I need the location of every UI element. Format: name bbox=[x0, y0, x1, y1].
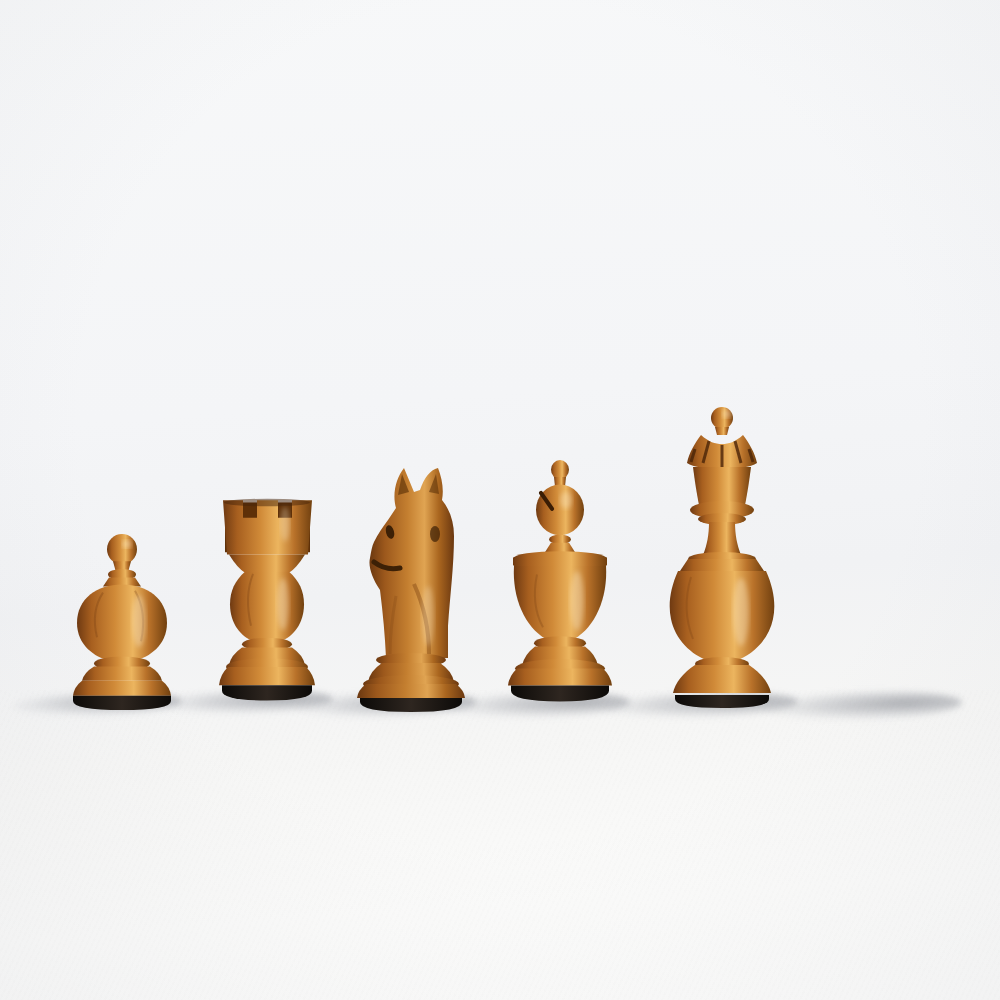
product-photo bbox=[0, 0, 1000, 1000]
king-figure bbox=[824, 362, 946, 714]
bishop-figure bbox=[503, 458, 618, 712]
knight-felt-base bbox=[360, 698, 462, 712]
bishop-big-ball bbox=[536, 484, 584, 535]
rook-figure bbox=[215, 496, 320, 708]
king-piece bbox=[824, 362, 946, 714]
queen-knob bbox=[711, 407, 733, 429]
queen-body bbox=[670, 571, 775, 661]
rook-crenellation bbox=[223, 500, 312, 554]
pawn-piece bbox=[65, 532, 180, 712]
pawn-felt-base bbox=[73, 696, 171, 710]
bishop-piece bbox=[503, 458, 618, 712]
knight-piece bbox=[352, 466, 470, 712]
pawn-body bbox=[77, 585, 167, 661]
fabric-texture bbox=[0, 690, 1000, 1000]
pawn-figure bbox=[65, 532, 180, 712]
pawn-ball-top bbox=[107, 534, 137, 564]
queen-felt-base bbox=[675, 695, 769, 708]
rook-piece bbox=[215, 496, 320, 708]
bishop-body bbox=[514, 566, 606, 639]
knight-figure bbox=[352, 466, 470, 712]
knight-eye-right bbox=[430, 526, 440, 542]
rook-felt-base bbox=[222, 685, 312, 700]
rook-body bbox=[230, 572, 304, 641]
queen-figure bbox=[661, 407, 783, 713]
queen-piece bbox=[661, 407, 783, 713]
bishop-felt-base bbox=[511, 686, 609, 702]
knight-head-neck bbox=[369, 468, 454, 658]
bishop-finial-ball bbox=[551, 460, 569, 479]
